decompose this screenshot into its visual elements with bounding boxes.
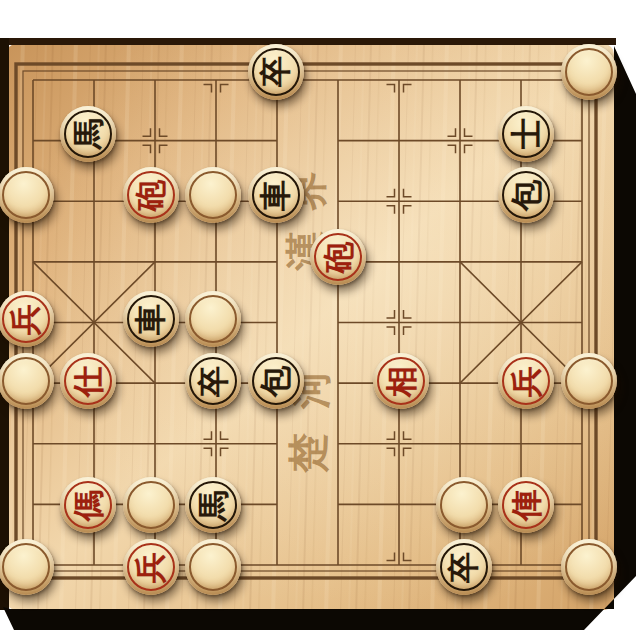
piece-red-cannon[interactable]: 砲 (310, 229, 366, 285)
piece-character: 相 (386, 366, 417, 397)
piece-character: 兵 (511, 366, 542, 397)
piece-red-chariot[interactable]: 俥 (498, 477, 554, 533)
piece-red-advisor[interactable]: 仕 (60, 353, 116, 409)
hidden-piece[interactable] (0, 167, 54, 223)
piece-character: 包 (511, 180, 542, 211)
piece-character: 卒 (260, 56, 291, 87)
piece-red-elephant[interactable]: 相 (373, 353, 429, 409)
piece-black-soldier[interactable]: 卒 (436, 539, 492, 595)
hidden-piece[interactable] (185, 167, 241, 223)
piece-black-cannon[interactable]: 包 (498, 167, 554, 223)
piece-red-soldier[interactable]: 兵 (498, 353, 554, 409)
piece-character: 車 (260, 180, 291, 211)
piece-red-cannon[interactable]: 砲 (123, 167, 179, 223)
piece-character: 砲 (323, 242, 354, 273)
piece-character: 車 (135, 304, 166, 335)
hidden-piece[interactable] (185, 291, 241, 347)
hidden-piece[interactable] (0, 353, 54, 409)
piece-red-horse[interactable]: 傌 (60, 477, 116, 533)
hidden-piece[interactable] (0, 539, 54, 595)
piece-character: 卒 (448, 552, 479, 583)
piece-character: 傌 (73, 490, 104, 521)
screenshot-root: 界漢河楚 卒馬士砲車包砲兵車仕卒包相兵傌馬俥兵卒 (0, 0, 640, 640)
piece-character: 包 (260, 366, 291, 397)
piece-red-soldier[interactable]: 兵 (123, 539, 179, 595)
piece-character: 俥 (511, 490, 542, 521)
hidden-piece[interactable] (123, 477, 179, 533)
piece-black-chariot[interactable]: 車 (123, 291, 179, 347)
piece-black-horse[interactable]: 馬 (60, 106, 116, 162)
piece-black-chariot[interactable]: 車 (248, 167, 304, 223)
hidden-piece[interactable] (436, 477, 492, 533)
piece-black-advisor[interactable]: 士 (498, 106, 554, 162)
piece-character: 砲 (135, 180, 166, 211)
piece-character: 兵 (135, 552, 166, 583)
hidden-piece[interactable] (185, 539, 241, 595)
piece-character: 卒 (198, 366, 229, 397)
piece-character: 士 (511, 118, 542, 149)
hidden-piece[interactable] (561, 44, 617, 100)
piece-black-horse[interactable]: 馬 (185, 477, 241, 533)
piece-character: 馬 (73, 118, 104, 149)
piece-black-cannon[interactable]: 包 (248, 353, 304, 409)
hidden-piece[interactable] (561, 353, 617, 409)
piece-red-soldier[interactable]: 兵 (0, 291, 54, 347)
piece-character: 兵 (10, 304, 41, 335)
piece-character: 馬 (198, 490, 229, 521)
piece-black-soldier[interactable]: 卒 (185, 353, 241, 409)
piece-black-soldier[interactable]: 卒 (248, 44, 304, 100)
piece-character: 仕 (73, 366, 104, 397)
pieces-layer: 卒馬士砲車包砲兵車仕卒包相兵傌馬俥兵卒 (0, 0, 640, 640)
hidden-piece[interactable] (561, 539, 617, 595)
